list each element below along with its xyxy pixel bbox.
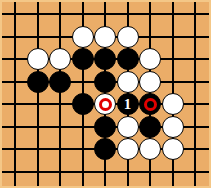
white-stone[interactable] (27, 48, 49, 70)
black-stone[interactable] (94, 116, 116, 138)
white-stone[interactable] (72, 26, 94, 48)
white-stone[interactable] (94, 26, 116, 48)
go-board[interactable]: 1 (0, 0, 211, 188)
white-stone[interactable] (117, 26, 139, 48)
white-stone[interactable] (139, 138, 161, 160)
black-stone[interactable] (94, 71, 116, 93)
red-circle-marker-icon (99, 98, 112, 111)
black-stone[interactable] (72, 93, 94, 115)
white-stone[interactable] (139, 48, 161, 70)
black-stone[interactable] (117, 48, 139, 70)
white-stone[interactable] (162, 93, 184, 115)
red-circled-black-stone[interactable] (139, 93, 161, 115)
black-stone[interactable] (94, 138, 116, 160)
white-stone[interactable] (117, 71, 139, 93)
white-stone[interactable] (162, 116, 184, 138)
grid-line-horizontal (0, 171, 211, 173)
red-circled-white-stone[interactable] (94, 93, 116, 115)
grid-line-vertical (37, 0, 39, 188)
grid-line-vertical (14, 0, 16, 188)
black-stone[interactable] (27, 71, 49, 93)
white-stone[interactable] (117, 138, 139, 160)
grid-line-vertical (194, 0, 196, 188)
move-number-label: 1 (124, 97, 132, 112)
black-stone[interactable] (49, 71, 71, 93)
black-stone[interactable] (94, 48, 116, 70)
grid-line-vertical (59, 0, 61, 188)
red-circle-marker-icon (144, 98, 157, 111)
black-stone[interactable] (72, 48, 94, 70)
white-stone[interactable] (139, 71, 161, 93)
white-stone[interactable] (162, 138, 184, 160)
move-1-black-stone[interactable]: 1 (117, 93, 139, 115)
white-stone[interactable] (117, 116, 139, 138)
black-stone[interactable] (139, 116, 161, 138)
grid-line-horizontal (0, 13, 211, 15)
white-stone[interactable] (49, 48, 71, 70)
